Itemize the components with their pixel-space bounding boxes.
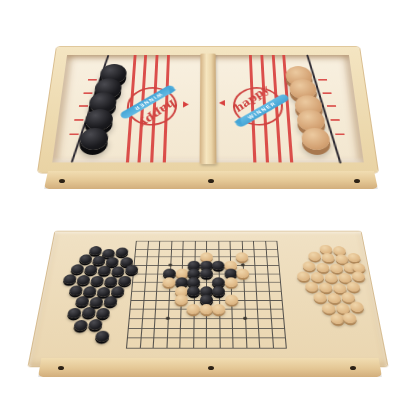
star-point [168,264,172,267]
wood-pile-stone[interactable] [310,272,324,282]
screw-hole [354,179,360,183]
scale-tick [74,119,83,121]
happy-winner-logo-right: happy WINNER [229,84,285,128]
black-stone[interactable] [187,286,200,296]
white-wood-stone[interactable] [225,295,238,305]
scale-tick [322,92,331,93]
black-pile-stone[interactable] [117,276,131,286]
screw-hole [208,366,214,370]
black-pile-stone[interactable] [97,265,111,274]
black-pile-stone[interactable] [76,275,90,285]
wood-pile-stone[interactable] [315,263,329,272]
sling-puck-front-rail [44,171,378,189]
center-divider [200,54,217,165]
black-pile-stone[interactable] [103,276,117,286]
black-pile-stone[interactable] [111,266,125,275]
wood-pile-stone[interactable] [332,283,346,293]
black-pile-stone[interactable] [124,265,138,274]
sling-puck-board: happy WINNER happy WINNER [38,47,378,173]
scale-tick [335,133,344,135]
wood-pile-stone[interactable] [326,293,341,303]
black-pile-stone[interactable] [96,287,110,297]
wood-pile-stone[interactable] [318,282,332,292]
grid-line-horizontal [128,328,285,329]
wood-pile-stone[interactable] [334,254,348,263]
scale-tick [318,79,327,80]
star-point [240,264,244,267]
white-wood-stone[interactable] [186,304,199,314]
black-pile-stone[interactable] [89,297,103,307]
grid-line-horizontal [129,318,285,319]
wood-pile-stone[interactable] [321,253,335,262]
scale-tick [69,133,78,135]
white-wood-stone[interactable] [212,304,225,314]
wood-pile-stone[interactable] [321,303,336,313]
black-pile-stone[interactable] [88,319,103,330]
wood-pile-stone[interactable] [307,251,321,260]
star-point [165,317,169,320]
black-pile-stone[interactable] [95,308,110,318]
product-photo-stage: happy WINNER happy WINNER [0,0,416,416]
white-wood-stone[interactable] [236,252,249,261]
wood-pile-stone[interactable] [345,281,360,291]
wood-pile-stone[interactable] [340,292,355,302]
wood-pile-stone[interactable] [296,271,310,281]
wood-pile-stone[interactable] [312,292,326,302]
black-pile-stone[interactable] [110,286,124,296]
screw-hole [59,179,65,183]
wood-pile-stone[interactable] [335,303,350,313]
black-pile-stone[interactable] [66,308,81,318]
grid-line-horizontal [126,348,287,349]
black-stone[interactable] [200,269,213,278]
grid-line-horizontal [127,337,286,338]
go-board [29,231,388,366]
black-pile-stone[interactable] [62,274,76,284]
white-wood-stone[interactable] [199,304,212,314]
wood-pile-stone[interactable] [304,281,318,291]
black-pile-stone[interactable] [115,247,128,256]
screw-hole [58,366,64,370]
wood-pile-stone[interactable] [346,253,360,262]
black-pile-stone[interactable] [81,307,96,317]
black-pile-stone[interactable] [103,296,117,306]
black-pile-stone[interactable] [92,255,106,264]
wood-pile-stone[interactable] [351,271,365,281]
happy-winner-logo-left: happy WINNER [122,85,180,128]
go-board-front-rail [38,358,382,377]
scale-tick [78,105,87,107]
star-point [242,317,246,320]
screw-hole [208,179,214,183]
white-wood-stone[interactable] [224,277,237,287]
black-pile-stone[interactable] [82,286,96,296]
scale-tick [330,119,339,121]
wood-pile-stone[interactable] [302,261,316,270]
black-pile-stone[interactable] [88,246,102,255]
black-pile-stone[interactable] [83,265,97,274]
black-pile-stone[interactable] [68,285,83,295]
grid-line-vertical [276,241,287,349]
black-pile-stone[interactable] [90,276,104,286]
black-pile-stone[interactable] [94,330,109,341]
white-wood-stone[interactable] [174,295,187,305]
black-pile-stone[interactable] [75,296,90,306]
wood-pile-stone[interactable] [349,301,364,311]
black-pile-stone[interactable] [70,264,84,273]
black-pile-stone[interactable] [105,257,119,266]
scale-tick [83,92,92,93]
scale-tick [87,79,96,80]
black-stone[interactable] [212,260,225,269]
screw-hole [350,366,356,370]
wood-pile-stone[interactable] [324,273,338,283]
wood-pile-stone[interactable] [337,273,351,283]
black-pile-stone[interactable] [73,320,88,331]
wood-pile-stone[interactable] [332,246,346,255]
scale-tick [326,105,335,107]
wood-pile-stone[interactable] [329,263,343,272]
black-stone[interactable] [212,286,225,296]
wood-pile-stone[interactable] [319,244,333,253]
black-pile-stone[interactable] [78,254,92,263]
